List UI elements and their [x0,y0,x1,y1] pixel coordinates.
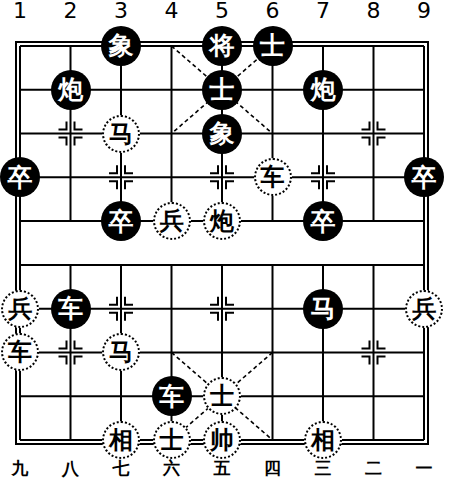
file-label-bottom-7: 三 [305,457,341,480]
file-label-bottom-4: 六 [154,457,190,480]
file-label-top-2: 2 [53,0,89,23]
file-label-top-4: 4 [154,0,190,23]
file-label-bottom-8: 二 [356,457,392,480]
piece-white-chariot[interactable]: 车 [1,333,39,371]
file-label-top-7: 7 [305,0,341,23]
piece-black-soldier[interactable]: 卒 [404,157,444,197]
file-label-bottom-9: 一 [406,457,442,480]
file-label-top-3: 3 [103,0,139,23]
file-label-bottom-2: 八 [53,457,89,480]
piece-white-soldier[interactable]: 兵 [153,202,191,240]
piece-black-chariot[interactable]: 车 [152,376,192,416]
piece-white-soldier[interactable]: 兵 [1,290,39,328]
piece-white-soldier[interactable]: 兵 [405,290,443,328]
piece-black-cannon[interactable]: 炮 [51,70,91,110]
piece-black-chariot[interactable]: 车 [51,289,91,329]
piece-black-soldier[interactable]: 卒 [303,201,343,241]
piece-white-horse[interactable]: 马 [102,115,140,153]
file-label-top-9: 9 [406,0,442,23]
piece-black-advisor[interactable]: 士 [253,26,293,66]
piece-white-elephant[interactable]: 相 [304,421,342,459]
piece-black-soldier[interactable]: 卒 [0,157,40,197]
file-label-bottom-3: 七 [103,457,139,480]
piece-black-general[interactable]: 将 [202,26,242,66]
piece-black-cannon[interactable]: 炮 [303,70,343,110]
piece-black-elephant[interactable]: 象 [202,114,242,154]
piece-white-horse[interactable]: 马 [102,333,140,371]
file-label-top-5: 5 [204,0,240,23]
file-label-bottom-1: 九 [2,457,38,480]
piece-black-elephant[interactable]: 象 [101,26,141,66]
piece-white-general[interactable]: 帅 [203,421,241,459]
piece-white-cannon[interactable]: 炮 [203,202,241,240]
file-label-top-1: 1 [2,0,38,23]
piece-black-horse[interactable]: 马 [303,289,343,329]
file-label-bottom-6: 四 [255,457,291,480]
xiangqi-board-window: 123456789 象将士炮士炮马象卒车卒卒兵炮卒兵车马兵车马车士相士帅相 九八… [0,0,450,482]
board-grid: 象将士炮士炮马象卒车卒卒兵炮卒兵车马兵车马车士相士帅相 [0,24,449,462]
piece-black-advisor[interactable]: 士 [202,70,242,110]
piece-black-soldier[interactable]: 卒 [101,201,141,241]
piece-white-elephant[interactable]: 相 [102,421,140,459]
piece-white-chariot[interactable]: 车 [254,158,292,196]
file-label-top-8: 8 [356,0,392,23]
piece-white-advisor[interactable]: 士 [153,421,191,459]
file-label-top-6: 6 [255,0,291,23]
piece-white-advisor[interactable]: 士 [203,377,241,415]
file-label-bottom-5: 五 [204,457,240,480]
